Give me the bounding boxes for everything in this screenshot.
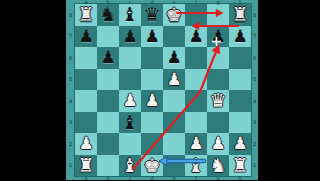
- rank-label-left-3: 3: [69, 120, 72, 125]
- square-d3[interactable]: [141, 112, 163, 134]
- rank-label-right-5: 5: [253, 77, 256, 82]
- piece-black-bishop: ♝: [121, 112, 138, 134]
- piece-black-king: ♚: [165, 4, 182, 26]
- file-label-top-f: f: [195, 0, 197, 5]
- square-b1[interactable]: [97, 155, 119, 177]
- square-b8[interactable]: ♞: [97, 4, 119, 26]
- rank-label-right-1: 1: [253, 163, 256, 168]
- piece-white-pawn: ♟: [166, 69, 181, 91]
- square-c7[interactable]: ♟: [119, 26, 141, 48]
- square-a3[interactable]: [75, 112, 97, 134]
- rank-label-left-6: 6: [69, 55, 72, 60]
- square-b7[interactable]: [97, 26, 119, 48]
- piece-black-queen: ♛: [143, 4, 160, 26]
- file-label-bottom-g: g: [216, 176, 219, 181]
- square-c6[interactable]: [119, 47, 141, 69]
- piece-white-queen: ♛: [209, 90, 226, 112]
- square-d6[interactable]: [141, 47, 163, 69]
- square-a6[interactable]: [75, 47, 97, 69]
- piece-black-knight: ♞: [99, 4, 116, 26]
- square-g2[interactable]: ♟: [207, 133, 229, 155]
- square-g6[interactable]: [207, 47, 229, 69]
- square-h6[interactable]: [229, 47, 251, 69]
- square-h2[interactable]: ♟: [229, 133, 251, 155]
- piece-black-pawn: ♟: [144, 26, 159, 48]
- piece-black-pawn: ♟: [78, 26, 93, 48]
- square-f1[interactable]: ♝: [185, 155, 207, 177]
- square-f8[interactable]: [185, 4, 207, 26]
- square-a1[interactable]: ♜: [75, 155, 97, 177]
- square-f3[interactable]: [185, 112, 207, 134]
- square-h7[interactable]: ♟: [229, 26, 251, 48]
- piece-white-bishop: ♝: [187, 155, 204, 177]
- square-f7[interactable]: ♟: [185, 26, 207, 48]
- piece-white-bishop: ♝: [121, 155, 138, 177]
- rank-label-right-4: 4: [253, 98, 256, 103]
- piece-black-bishop: ♝: [121, 4, 138, 26]
- file-label-top-b: b: [106, 0, 109, 5]
- rank-label-left-7: 7: [69, 34, 72, 39]
- file-label-bottom-h: h: [238, 176, 241, 181]
- rank-label-right-7: 7: [253, 34, 256, 39]
- square-b4[interactable]: [97, 90, 119, 112]
- piece-white-pawn: ♟: [188, 133, 203, 155]
- square-h1[interactable]: ♜: [229, 155, 251, 177]
- square-c1[interactable]: ♝: [119, 155, 141, 177]
- piece-white-pawn: ♟: [232, 133, 247, 155]
- square-d4[interactable]: ♟: [141, 90, 163, 112]
- square-a5[interactable]: [75, 69, 97, 91]
- square-d7[interactable]: ♟: [141, 26, 163, 48]
- rank-label-left-2: 2: [69, 141, 72, 146]
- square-h4[interactable]: [229, 90, 251, 112]
- square-b5[interactable]: [97, 69, 119, 91]
- piece-black-pawn: ♟: [232, 26, 247, 48]
- piece-white-king: ♚: [143, 155, 160, 177]
- file-label-top-e: e: [172, 0, 175, 5]
- square-a2[interactable]: ♟: [75, 133, 97, 155]
- square-f5[interactable]: [185, 69, 207, 91]
- square-a7[interactable]: ♟: [75, 26, 97, 48]
- piece-black-rook: ♜: [77, 4, 94, 26]
- piece-white-pawn: ♟: [78, 133, 93, 155]
- file-label-bottom-c: c: [129, 176, 132, 181]
- piece-black-pawn: ♟: [122, 26, 137, 48]
- square-e4[interactable]: [163, 90, 185, 112]
- piece-black-pawn: ♟: [100, 47, 115, 69]
- square-d5[interactable]: [141, 69, 163, 91]
- square-b6[interactable]: ♟: [97, 47, 119, 69]
- piece-white-rook: ♜: [231, 155, 248, 177]
- chess-board: ♜♞♝♛♚♜♟♟♟♟♟♟♟♟♟♟♟♛♝♟♟♟♟♜♝♚♝♞♜ aabbccddee…: [66, 0, 258, 180]
- piece-black-pawn: ♟: [210, 26, 225, 48]
- piece-white-pawn: ♟: [122, 90, 137, 112]
- file-label-bottom-e: e: [172, 176, 175, 181]
- square-e3[interactable]: [163, 112, 185, 134]
- square-c3[interactable]: ♝: [119, 112, 141, 134]
- square-e5[interactable]: ♟: [163, 69, 185, 91]
- square-e1[interactable]: [163, 155, 185, 177]
- square-g8[interactable]: [207, 4, 229, 26]
- square-f2[interactable]: ♟: [185, 133, 207, 155]
- square-b3[interactable]: [97, 112, 119, 134]
- square-g3[interactable]: [207, 112, 229, 134]
- file-label-top-g: g: [216, 0, 219, 5]
- square-d8[interactable]: ♛: [141, 4, 163, 26]
- rank-label-right-8: 8: [253, 12, 256, 17]
- rank-label-right-3: 3: [253, 120, 256, 125]
- square-a4[interactable]: [75, 90, 97, 112]
- square-h5[interactable]: [229, 69, 251, 91]
- square-e2[interactable]: [163, 133, 185, 155]
- square-c8[interactable]: ♝: [119, 4, 141, 26]
- rank-label-left-4: 4: [69, 98, 72, 103]
- file-label-bottom-d: d: [150, 176, 153, 181]
- square-g5[interactable]: [207, 69, 229, 91]
- piece-white-pawn: ♟: [144, 90, 159, 112]
- board-squares: ♜♞♝♛♚♜♟♟♟♟♟♟♟♟♟♟♟♛♝♟♟♟♟♜♝♚♝♞♜: [75, 4, 251, 176]
- square-h3[interactable]: [229, 112, 251, 134]
- square-c5[interactable]: [119, 69, 141, 91]
- rank-label-left-5: 5: [69, 77, 72, 82]
- file-label-bottom-f: f: [195, 176, 197, 181]
- rank-label-left-1: 1: [69, 163, 72, 168]
- piece-black-pawn: ♟: [188, 26, 203, 48]
- rank-label-right-6: 6: [253, 55, 256, 60]
- square-d2[interactable]: [141, 133, 163, 155]
- square-g7[interactable]: ♟: [207, 26, 229, 48]
- piece-white-pawn: ♟: [210, 133, 225, 155]
- file-label-top-h: h: [238, 0, 241, 5]
- piece-white-rook: ♜: [77, 155, 94, 177]
- square-h8[interactable]: ♜: [229, 4, 251, 26]
- piece-white-knight: ♞: [209, 155, 226, 177]
- square-c4[interactable]: ♟: [119, 90, 141, 112]
- square-g4[interactable]: ♛: [207, 90, 229, 112]
- video-frame: ♜♞♝♛♚♜♟♟♟♟♟♟♟♟♟♟♟♛♝♟♟♟♟♜♝♚♝♞♜ aabbccddee…: [0, 0, 320, 180]
- piece-black-rook: ♜: [231, 4, 248, 26]
- square-e7[interactable]: [163, 26, 185, 48]
- rank-label-right-2: 2: [253, 141, 256, 146]
- square-f4[interactable]: [185, 90, 207, 112]
- square-c2[interactable]: [119, 133, 141, 155]
- square-e6[interactable]: ♟: [163, 47, 185, 69]
- square-a8[interactable]: ♜: [75, 4, 97, 26]
- file-label-bottom-a: a: [84, 176, 87, 181]
- file-label-top-a: a: [84, 0, 87, 5]
- square-b2[interactable]: [97, 133, 119, 155]
- file-label-top-d: d: [150, 0, 153, 5]
- square-e8[interactable]: ♚: [163, 4, 185, 26]
- file-label-top-c: c: [129, 0, 132, 5]
- square-f6[interactable]: [185, 47, 207, 69]
- square-g1[interactable]: ♞: [207, 155, 229, 177]
- file-label-bottom-b: b: [106, 176, 109, 181]
- piece-black-pawn: ♟: [166, 47, 181, 69]
- rank-label-left-8: 8: [69, 12, 72, 17]
- square-d1[interactable]: ♚: [141, 155, 163, 177]
